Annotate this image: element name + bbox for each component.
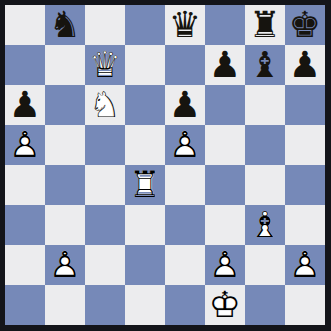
square-c3[interactable] <box>85 205 125 245</box>
chess-board: ♞♛♜♚♛♕♟♝♟♟♞♘♟♟♙♟♙♜♖♝♗♟♙♟♙♟♙♚♔ <box>5 5 325 325</box>
square-g5[interactable] <box>245 125 285 165</box>
square-f8[interactable] <box>205 5 245 45</box>
square-f3[interactable] <box>205 205 245 245</box>
white-piece-outline-glyph: ♕ <box>85 45 125 85</box>
square-h4[interactable] <box>285 165 325 205</box>
square-b3[interactable] <box>45 205 85 245</box>
square-e3[interactable] <box>165 205 205 245</box>
square-a2[interactable] <box>5 245 45 285</box>
piece-white-knight-c6[interactable]: ♞♘ <box>85 85 125 125</box>
white-piece-outline-glyph: ♙ <box>45 245 85 285</box>
piece-white-queen-c7[interactable]: ♛♕ <box>85 45 125 85</box>
chess-board-frame: ♞♛♜♚♛♕♟♝♟♟♞♘♟♟♙♟♙♜♖♝♗♟♙♟♙♟♙♚♔ <box>0 0 331 331</box>
square-c8[interactable] <box>85 5 125 45</box>
square-d7[interactable] <box>125 45 165 85</box>
square-b1[interactable] <box>45 285 85 325</box>
square-c2[interactable] <box>85 245 125 285</box>
square-c4[interactable] <box>85 165 125 205</box>
square-e7[interactable] <box>165 45 205 85</box>
square-a8[interactable] <box>5 5 45 45</box>
white-piece-outline-glyph: ♙ <box>205 245 245 285</box>
square-d6[interactable] <box>125 85 165 125</box>
square-f6[interactable] <box>205 85 245 125</box>
square-g1[interactable] <box>245 285 285 325</box>
piece-white-king-f1[interactable]: ♚♔ <box>205 285 245 325</box>
square-f4[interactable] <box>205 165 245 205</box>
square-f2[interactable]: ♟♙ <box>205 245 245 285</box>
square-e5[interactable]: ♟♙ <box>165 125 205 165</box>
piece-black-bishop-g7[interactable]: ♝ <box>245 45 285 85</box>
square-d3[interactable] <box>125 205 165 245</box>
square-a3[interactable] <box>5 205 45 245</box>
piece-black-queen-e8[interactable]: ♛ <box>165 5 205 45</box>
piece-white-bishop-g3[interactable]: ♝♗ <box>245 205 285 245</box>
square-e4[interactable] <box>165 165 205 205</box>
square-c5[interactable] <box>85 125 125 165</box>
square-g6[interactable] <box>245 85 285 125</box>
square-e1[interactable] <box>165 285 205 325</box>
square-f7[interactable]: ♟ <box>205 45 245 85</box>
square-a6[interactable]: ♟ <box>5 85 45 125</box>
square-d1[interactable] <box>125 285 165 325</box>
square-b4[interactable] <box>45 165 85 205</box>
square-c1[interactable] <box>85 285 125 325</box>
square-a4[interactable] <box>5 165 45 205</box>
piece-white-pawn-e5[interactable]: ♟♙ <box>165 125 205 165</box>
white-piece-outline-glyph: ♘ <box>85 85 125 125</box>
white-piece-outline-glyph: ♙ <box>285 245 325 285</box>
square-f5[interactable] <box>205 125 245 165</box>
piece-black-pawn-e6[interactable]: ♟ <box>165 85 205 125</box>
square-d4[interactable]: ♜♖ <box>125 165 165 205</box>
piece-black-pawn-a6[interactable]: ♟ <box>5 85 45 125</box>
piece-white-pawn-b2[interactable]: ♟♙ <box>45 245 85 285</box>
piece-white-pawn-h2[interactable]: ♟♙ <box>285 245 325 285</box>
piece-black-knight-b8[interactable]: ♞ <box>45 5 85 45</box>
square-g4[interactable] <box>245 165 285 205</box>
square-h2[interactable]: ♟♙ <box>285 245 325 285</box>
square-h8[interactable]: ♚ <box>285 5 325 45</box>
white-piece-outline-glyph: ♙ <box>5 125 45 165</box>
square-b5[interactable] <box>45 125 85 165</box>
square-h7[interactable]: ♟ <box>285 45 325 85</box>
square-g2[interactable] <box>245 245 285 285</box>
square-e2[interactable] <box>165 245 205 285</box>
piece-black-pawn-f7[interactable]: ♟ <box>205 45 245 85</box>
square-g8[interactable]: ♜ <box>245 5 285 45</box>
square-h3[interactable] <box>285 205 325 245</box>
square-d8[interactable] <box>125 5 165 45</box>
square-a7[interactable] <box>5 45 45 85</box>
piece-black-pawn-h7[interactable]: ♟ <box>285 45 325 85</box>
square-c6[interactable]: ♞♘ <box>85 85 125 125</box>
square-e6[interactable]: ♟ <box>165 85 205 125</box>
piece-black-king-h8[interactable]: ♚ <box>285 5 325 45</box>
piece-white-rook-d4[interactable]: ♜♖ <box>125 165 165 205</box>
square-h5[interactable] <box>285 125 325 165</box>
square-d5[interactable] <box>125 125 165 165</box>
square-f1[interactable]: ♚♔ <box>205 285 245 325</box>
square-a1[interactable] <box>5 285 45 325</box>
white-piece-outline-glyph: ♖ <box>125 165 165 205</box>
piece-white-pawn-f2[interactable]: ♟♙ <box>205 245 245 285</box>
piece-black-rook-g8[interactable]: ♜ <box>245 5 285 45</box>
square-e8[interactable]: ♛ <box>165 5 205 45</box>
square-h6[interactable] <box>285 85 325 125</box>
white-piece-outline-glyph: ♙ <box>165 125 205 165</box>
white-piece-outline-glyph: ♗ <box>245 205 285 245</box>
square-d2[interactable] <box>125 245 165 285</box>
white-piece-outline-glyph: ♔ <box>205 285 245 325</box>
square-b2[interactable]: ♟♙ <box>45 245 85 285</box>
square-b8[interactable]: ♞ <box>45 5 85 45</box>
square-h1[interactable] <box>285 285 325 325</box>
square-b7[interactable] <box>45 45 85 85</box>
square-g7[interactable]: ♝ <box>245 45 285 85</box>
square-g3[interactable]: ♝♗ <box>245 205 285 245</box>
piece-white-pawn-a5[interactable]: ♟♙ <box>5 125 45 165</box>
square-a5[interactable]: ♟♙ <box>5 125 45 165</box>
square-c7[interactable]: ♛♕ <box>85 45 125 85</box>
square-b6[interactable] <box>45 85 85 125</box>
